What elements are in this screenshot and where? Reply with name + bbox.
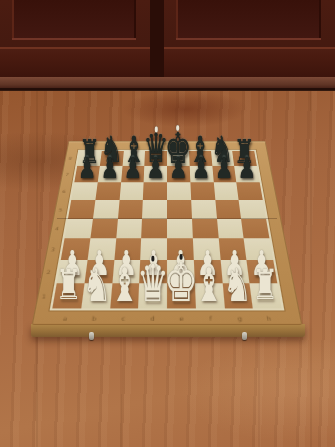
board-clasp-icon [242,332,247,340]
wood-grain [36,91,38,447]
cabinet-background [0,0,335,77]
cabinet-door-left [0,0,150,77]
piece-white-bishop-c1[interactable]: ♝ [110,262,139,308]
piece-black-pawn-a7[interactable]: ♟ [78,153,96,182]
square-b5[interactable] [93,200,119,219]
square-e6[interactable] [167,182,191,199]
square-e5[interactable] [167,200,192,219]
square-f6[interactable] [190,182,215,199]
rank-label-4: 4 [55,226,60,231]
rank-label-2: 2 [46,268,51,274]
board-clasp-icon [89,332,94,340]
square-b4[interactable] [90,219,117,239]
piece-black-pawn-b7[interactable]: ♟ [101,153,119,182]
square-d5[interactable] [142,200,167,219]
square-a4[interactable] [65,219,93,239]
piece-white-bishop-f1[interactable]: ♝ [195,262,224,308]
square-a5[interactable] [68,200,95,219]
board-fold-seam [57,218,277,219]
rank-label-6: 6 [62,189,67,194]
piece-white-king-e1[interactable]: ♚ [164,257,198,311]
cabinet-door-panel [176,0,321,40]
rank-label-8: 8 [68,156,72,160]
square-c5[interactable] [118,200,144,219]
square-h5[interactable] [239,200,266,219]
square-c4[interactable] [116,219,142,239]
square-a6[interactable] [71,182,97,199]
square-b6[interactable] [95,182,120,199]
piece-black-pawn-f7[interactable]: ♟ [192,153,210,182]
cabinet-door-rail [164,47,335,77]
file-label-e: e [179,315,184,322]
rank-label-3: 3 [51,246,56,252]
piece-black-pawn-c7[interactable]: ♟ [124,153,142,182]
file-label-a: a [62,315,67,322]
square-d6[interactable] [143,182,167,199]
photo-scene: abcdefgh 87654321 ♜♞♝♛♚♝♞♜♟♟♟♟♟♟♟♟♟♟♟♟♟♟… [0,0,335,447]
square-g5[interactable] [215,200,241,219]
square-h6[interactable] [237,182,263,199]
square-c6[interactable] [119,182,144,199]
piece-black-pawn-g7[interactable]: ♟ [215,153,233,182]
rank-label-5: 5 [58,206,63,211]
file-label-h: h [266,315,272,322]
cabinet-door-right [164,0,335,77]
rank-label-1: 1 [41,292,47,299]
square-f4[interactable] [192,219,218,239]
file-label-f: f [209,315,212,322]
board-front-edge [31,324,305,337]
piece-white-rook-h1[interactable]: ♜ [252,265,278,307]
wood-grain [310,91,312,447]
square-d4[interactable] [141,219,167,239]
piece-white-rook-a1[interactable]: ♜ [55,265,81,307]
piece-black-pawn-e7[interactable]: ♟ [169,153,187,182]
cabinet-door-panel [12,0,136,40]
square-g4[interactable] [217,219,244,239]
file-label-g: g [237,315,242,322]
piece-black-pawn-d7[interactable]: ♟ [146,153,164,182]
cabinet-door-rail [0,47,150,77]
file-label-b: b [92,315,97,322]
file-label-c: c [121,315,125,322]
square-h4[interactable] [241,219,269,239]
file-label-d: d [150,315,155,322]
square-f5[interactable] [191,200,217,219]
rank-label-7: 7 [65,172,69,176]
square-e4[interactable] [167,219,193,239]
piece-white-knight-g1[interactable]: ♞ [223,262,252,308]
piece-black-pawn-h7[interactable]: ♟ [238,153,256,182]
square-g6[interactable] [213,182,238,199]
piece-white-knight-b1[interactable]: ♞ [82,262,111,308]
